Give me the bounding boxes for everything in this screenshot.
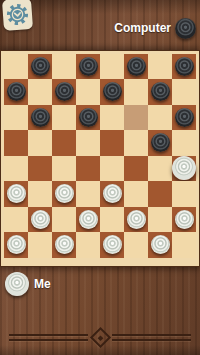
checkers-board xyxy=(0,50,200,267)
gear-icon xyxy=(5,2,30,27)
board-square-r5c3[interactable] xyxy=(52,156,76,182)
opponent-name-label: Computer xyxy=(114,21,171,35)
board-square-r5c5[interactable] xyxy=(100,156,124,182)
board-square-r7c6[interactable] xyxy=(124,207,148,233)
board-square-r3c7[interactable] xyxy=(148,105,172,131)
board-square-r5c4[interactable] xyxy=(76,156,100,182)
board-square-r1c2[interactable] xyxy=(28,54,52,80)
board-square-r6c1[interactable] xyxy=(4,181,28,207)
board-grid xyxy=(4,54,196,258)
white-piece[interactable] xyxy=(7,235,26,254)
board-square-r2c5[interactable] xyxy=(100,79,124,105)
board-square-r2c2[interactable] xyxy=(28,79,52,105)
white-piece[interactable] xyxy=(172,156,196,180)
board-square-r7c1[interactable] xyxy=(4,207,28,233)
board-square-r3c4[interactable] xyxy=(76,105,100,131)
board-square-r2c6[interactable] xyxy=(124,79,148,105)
board-square-r3c2[interactable] xyxy=(28,105,52,131)
board-square-r1c7[interactable] xyxy=(148,54,172,80)
board-square-r5c1[interactable] xyxy=(4,156,28,182)
white-piece[interactable] xyxy=(79,210,98,229)
board-square-r5c6[interactable] xyxy=(124,156,148,182)
board-square-r4c8[interactable] xyxy=(172,130,196,156)
board-square-r4c6[interactable] xyxy=(124,130,148,156)
board-square-r4c2[interactable] xyxy=(28,130,52,156)
opponent-piece-icon xyxy=(175,18,196,39)
white-piece[interactable] xyxy=(55,235,74,254)
board-square-r3c8[interactable] xyxy=(172,105,196,131)
ornament-line xyxy=(9,339,88,341)
board-square-r3c3[interactable] xyxy=(52,105,76,131)
board-square-r6c8[interactable] xyxy=(172,181,196,207)
black-piece[interactable] xyxy=(79,57,98,76)
board-square-r1c5[interactable] xyxy=(100,54,124,80)
board-square-r5c7[interactable] xyxy=(148,156,172,182)
board-square-r4c3[interactable] xyxy=(52,130,76,156)
black-piece[interactable] xyxy=(151,82,170,101)
board-square-r6c3[interactable] xyxy=(52,181,76,207)
board-square-r2c4[interactable] xyxy=(76,79,100,105)
board-square-r8c1[interactable] xyxy=(4,232,28,258)
board-square-r6c5[interactable] xyxy=(100,181,124,207)
white-piece[interactable] xyxy=(127,210,146,229)
ornament-line xyxy=(9,334,88,336)
board-square-r8c2[interactable] xyxy=(28,232,52,258)
board-square-r1c3[interactable] xyxy=(52,54,76,80)
white-piece[interactable] xyxy=(55,184,74,203)
board-square-r3c1[interactable] xyxy=(4,105,28,131)
white-piece[interactable] xyxy=(151,235,170,254)
black-piece[interactable] xyxy=(127,57,146,76)
white-piece[interactable] xyxy=(175,210,194,229)
ornament-line xyxy=(112,334,191,336)
board-square-r8c3[interactable] xyxy=(52,232,76,258)
white-piece[interactable] xyxy=(103,184,122,203)
board-square-r7c2[interactable] xyxy=(28,207,52,233)
black-piece[interactable] xyxy=(7,82,26,101)
board-square-r6c4[interactable] xyxy=(76,181,100,207)
player-piece-icon xyxy=(5,272,29,296)
board-square-r1c6[interactable] xyxy=(124,54,148,80)
ornament-line xyxy=(112,339,191,341)
black-piece[interactable] xyxy=(79,108,98,127)
board-square-r1c1[interactable] xyxy=(4,54,28,80)
board-square-r2c1[interactable] xyxy=(4,79,28,105)
black-piece[interactable] xyxy=(31,108,50,127)
board-square-r2c3[interactable] xyxy=(52,79,76,105)
board-square-r3c6[interactable] xyxy=(124,105,148,131)
board-square-r7c8[interactable] xyxy=(172,207,196,233)
board-square-r3c5[interactable] xyxy=(100,105,124,131)
board-square-r4c1[interactable] xyxy=(4,130,28,156)
board-square-r7c3[interactable] xyxy=(52,207,76,233)
board-square-r5c2[interactable] xyxy=(28,156,52,182)
white-piece[interactable] xyxy=(7,184,26,203)
settings-button[interactable] xyxy=(2,0,33,31)
board-square-r4c5[interactable] xyxy=(100,130,124,156)
board-square-r5c8[interactable] xyxy=(172,156,196,182)
black-piece[interactable] xyxy=(31,57,50,76)
ornament-diamond-icon xyxy=(90,327,111,348)
board-square-r2c7[interactable] xyxy=(148,79,172,105)
black-piece[interactable] xyxy=(55,82,74,101)
board-square-r8c8[interactable] xyxy=(172,232,196,258)
player-name-label: Me xyxy=(34,277,51,291)
white-piece[interactable] xyxy=(103,235,122,254)
board-square-r8c6[interactable] xyxy=(124,232,148,258)
board-square-r6c7[interactable] xyxy=(148,181,172,207)
black-piece[interactable] xyxy=(151,133,170,152)
board-square-r8c4[interactable] xyxy=(76,232,100,258)
board-square-r6c2[interactable] xyxy=(28,181,52,207)
board-square-r7c5[interactable] xyxy=(100,207,124,233)
board-square-r1c8[interactable] xyxy=(172,54,196,80)
checkers-app: Computer Me xyxy=(0,0,200,355)
board-square-r8c5[interactable] xyxy=(100,232,124,258)
white-piece[interactable] xyxy=(31,210,50,229)
board-square-r8c7[interactable] xyxy=(148,232,172,258)
black-piece[interactable] xyxy=(175,108,194,127)
black-piece[interactable] xyxy=(103,82,122,101)
board-square-r4c7[interactable] xyxy=(148,130,172,156)
board-square-r1c4[interactable] xyxy=(76,54,100,80)
board-square-r4c4[interactable] xyxy=(76,130,100,156)
board-square-r7c4[interactable] xyxy=(76,207,100,233)
board-square-r6c6[interactable] xyxy=(124,181,148,207)
black-piece[interactable] xyxy=(175,57,194,76)
board-square-r2c8[interactable] xyxy=(172,79,196,105)
board-square-r7c7[interactable] xyxy=(148,207,172,233)
